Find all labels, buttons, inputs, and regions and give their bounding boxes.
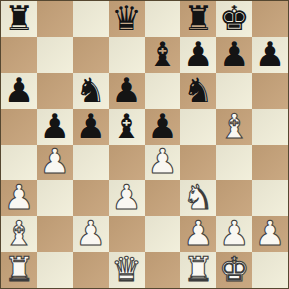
square-d7[interactable]: [109, 37, 145, 73]
square-a1[interactable]: ♜: [1, 252, 37, 288]
piece-white-pawn[interactable]: ♟: [40, 145, 70, 180]
piece-black-knight[interactable]: ♞: [183, 73, 213, 108]
square-f4[interactable]: [180, 145, 216, 181]
square-h1[interactable]: [252, 252, 288, 288]
piece-white-queen[interactable]: ♛: [111, 252, 141, 287]
square-b8[interactable]: [37, 1, 73, 37]
square-h5[interactable]: [252, 109, 288, 145]
square-h2[interactable]: ♟: [252, 216, 288, 252]
square-d3[interactable]: ♟: [109, 180, 145, 216]
piece-black-knight[interactable]: ♞: [75, 73, 105, 108]
piece-white-bishop[interactable]: ♝: [219, 109, 249, 144]
piece-white-pawn[interactable]: ♟: [111, 180, 141, 215]
square-d8[interactable]: ♛: [109, 1, 145, 37]
square-a3[interactable]: ♟: [1, 180, 37, 216]
square-b2[interactable]: [37, 216, 73, 252]
piece-black-rook[interactable]: ♜: [4, 1, 34, 36]
square-c4[interactable]: [73, 145, 109, 181]
square-g7[interactable]: ♟: [216, 37, 252, 73]
piece-black-pawn[interactable]: ♟: [183, 37, 213, 72]
square-e5[interactable]: ♟: [145, 109, 181, 145]
square-f2[interactable]: ♟: [180, 216, 216, 252]
square-h3[interactable]: [252, 180, 288, 216]
square-a4[interactable]: [1, 145, 37, 181]
piece-black-pawn[interactable]: ♟: [4, 73, 34, 108]
square-d5[interactable]: ♝: [109, 109, 145, 145]
piece-black-queen[interactable]: ♛: [111, 1, 141, 36]
square-e4[interactable]: ♟: [145, 145, 181, 181]
piece-white-pawn[interactable]: ♟: [4, 180, 34, 215]
square-g4[interactable]: [216, 145, 252, 181]
square-b6[interactable]: [37, 73, 73, 109]
square-c2[interactable]: ♟: [73, 216, 109, 252]
piece-black-bishop[interactable]: ♝: [111, 109, 141, 144]
square-a8[interactable]: ♜: [1, 1, 37, 37]
square-b7[interactable]: [37, 37, 73, 73]
piece-black-pawn[interactable]: ♟: [75, 109, 105, 144]
piece-black-pawn[interactable]: ♟: [147, 109, 177, 144]
piece-white-pawn[interactable]: ♟: [147, 145, 177, 180]
piece-black-rook[interactable]: ♜: [183, 1, 213, 36]
piece-white-pawn[interactable]: ♟: [255, 216, 285, 251]
piece-white-pawn[interactable]: ♟: [75, 216, 105, 251]
square-g5[interactable]: ♝: [216, 109, 252, 145]
square-f8[interactable]: ♜: [180, 1, 216, 37]
piece-white-pawn[interactable]: ♟: [219, 216, 249, 251]
square-b4[interactable]: ♟: [37, 145, 73, 181]
square-f1[interactable]: ♜: [180, 252, 216, 288]
square-d6[interactable]: ♟: [109, 73, 145, 109]
square-e3[interactable]: [145, 180, 181, 216]
piece-black-king[interactable]: ♚: [219, 1, 249, 36]
piece-black-pawn[interactable]: ♟: [255, 37, 285, 72]
square-e7[interactable]: ♝: [145, 37, 181, 73]
square-a7[interactable]: [1, 37, 37, 73]
square-g1[interactable]: ♚: [216, 252, 252, 288]
square-c1[interactable]: [73, 252, 109, 288]
square-e2[interactable]: [145, 216, 181, 252]
square-g6[interactable]: [216, 73, 252, 109]
piece-white-rook[interactable]: ♜: [183, 252, 213, 287]
square-d2[interactable]: [109, 216, 145, 252]
square-a6[interactable]: ♟: [1, 73, 37, 109]
square-f3[interactable]: ♞: [180, 180, 216, 216]
piece-white-knight[interactable]: ♞: [183, 180, 213, 215]
square-a2[interactable]: ♝: [1, 216, 37, 252]
piece-white-pawn[interactable]: ♟: [183, 216, 213, 251]
square-f7[interactable]: ♟: [180, 37, 216, 73]
square-a5[interactable]: [1, 109, 37, 145]
square-e6[interactable]: [145, 73, 181, 109]
square-f5[interactable]: [180, 109, 216, 145]
piece-black-pawn[interactable]: ♟: [111, 73, 141, 108]
square-b5[interactable]: ♟: [37, 109, 73, 145]
square-h6[interactable]: [252, 73, 288, 109]
square-c5[interactable]: ♟: [73, 109, 109, 145]
piece-black-bishop[interactable]: ♝: [147, 37, 177, 72]
piece-black-pawn[interactable]: ♟: [219, 37, 249, 72]
square-h7[interactable]: ♟: [252, 37, 288, 73]
square-e1[interactable]: [145, 252, 181, 288]
piece-black-pawn[interactable]: ♟: [40, 109, 70, 144]
square-g2[interactable]: ♟: [216, 216, 252, 252]
square-g8[interactable]: ♚: [216, 1, 252, 37]
piece-white-rook[interactable]: ♜: [4, 252, 34, 287]
square-b1[interactable]: [37, 252, 73, 288]
board-container: ♜♛♜♚♝♟♟♟♟♞♟♞♟♟♝♟♝♟♟♟♟♞♝♟♟♟♟♜♛♜♚: [0, 0, 289, 289]
square-c3[interactable]: [73, 180, 109, 216]
square-b3[interactable]: [37, 180, 73, 216]
square-h8[interactable]: [252, 1, 288, 37]
piece-white-bishop[interactable]: ♝: [4, 216, 34, 251]
square-d4[interactable]: [109, 145, 145, 181]
square-e8[interactable]: [145, 1, 181, 37]
square-c6[interactable]: ♞: [73, 73, 109, 109]
square-g3[interactable]: [216, 180, 252, 216]
square-d1[interactable]: ♛: [109, 252, 145, 288]
square-f6[interactable]: ♞: [180, 73, 216, 109]
square-h4[interactable]: [252, 145, 288, 181]
chess-board: ♜♛♜♚♝♟♟♟♟♞♟♞♟♟♝♟♝♟♟♟♟♞♝♟♟♟♟♜♛♜♚: [0, 0, 289, 289]
piece-white-king[interactable]: ♚: [219, 252, 249, 287]
square-c7[interactable]: [73, 37, 109, 73]
square-c8[interactable]: [73, 1, 109, 37]
